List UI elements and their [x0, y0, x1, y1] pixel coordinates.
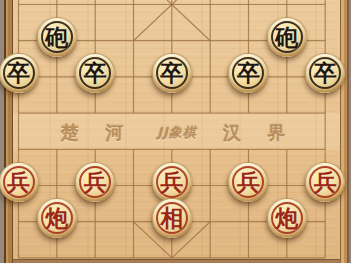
piece-glyph: 卒 — [306, 54, 344, 92]
piece-glyph: 卒 — [0, 54, 38, 92]
piece-red-cannon-b7[interactable]: 炮 — [37, 198, 77, 238]
piece-glyph: 兵 — [306, 163, 344, 201]
piece-black-soldier-i3[interactable]: 卒 — [305, 53, 345, 93]
piece-black-cannon-b2[interactable]: 砲 — [37, 17, 77, 57]
piece-black-cannon-h2[interactable]: 砲 — [267, 17, 307, 57]
piece-glyph: 卒 — [76, 54, 114, 92]
piece-glyph: 炮 — [268, 199, 306, 237]
piece-black-soldier-c3[interactable]: 卒 — [75, 53, 115, 93]
piece-red-soldier-a6[interactable]: 兵 — [0, 162, 39, 202]
piece-glyph: 卒 — [229, 54, 267, 92]
piece-black-soldier-e3[interactable]: 卒 — [152, 53, 192, 93]
piece-glyph: 卒 — [153, 54, 191, 92]
piece-glyph: 砲 — [268, 18, 306, 56]
piece-black-soldier-g3[interactable]: 卒 — [228, 53, 268, 93]
piece-red-soldier-e6[interactable]: 兵 — [152, 162, 192, 202]
piece-red-elephant-e7[interactable]: 相 — [152, 198, 192, 238]
piece-glyph: 兵 — [76, 163, 114, 201]
piece-red-soldier-g6[interactable]: 兵 — [228, 162, 268, 202]
piece-black-soldier-a3[interactable]: 卒 — [0, 53, 39, 93]
piece-red-cannon-h7[interactable]: 炮 — [267, 198, 307, 238]
xiangqi-board[interactable]: 楚 河 JJ象棋 汉 界 砲砲卒卒卒卒卒兵兵兵兵兵炮相炮 — [0, 0, 351, 263]
piece-glyph: 兵 — [229, 163, 267, 201]
piece-glyph: 砲 — [38, 18, 76, 56]
piece-red-soldier-c6[interactable]: 兵 — [75, 162, 115, 202]
piece-glyph: 兵 — [153, 163, 191, 201]
piece-red-soldier-i6[interactable]: 兵 — [305, 162, 345, 202]
piece-glyph: 相 — [153, 199, 191, 237]
pieces-layer: 砲砲卒卒卒卒卒兵兵兵兵兵炮相炮 — [0, 0, 351, 263]
piece-glyph: 炮 — [38, 199, 76, 237]
piece-glyph: 兵 — [0, 163, 38, 201]
